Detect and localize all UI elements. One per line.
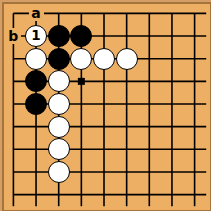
black-stone xyxy=(70,25,92,47)
go-board: 1ab xyxy=(0,0,211,211)
black-stone xyxy=(48,25,70,47)
white-stone xyxy=(48,161,70,183)
white-stone xyxy=(93,48,115,70)
white-stone xyxy=(116,48,138,70)
white-stone xyxy=(48,93,70,115)
point-label-a: a xyxy=(29,5,44,21)
black-stone xyxy=(25,70,47,92)
point-label-b: b xyxy=(6,28,21,44)
white-stone: 1 xyxy=(25,25,47,47)
goban-intersection-grid: 1ab xyxy=(2,2,206,206)
black-stone xyxy=(48,48,70,70)
white-stone xyxy=(25,48,47,70)
black-stone xyxy=(25,93,47,115)
white-stone xyxy=(48,138,70,160)
move-number: 1 xyxy=(31,29,40,43)
white-stone xyxy=(70,48,92,70)
white-stone xyxy=(48,116,70,138)
white-stone xyxy=(48,70,70,92)
